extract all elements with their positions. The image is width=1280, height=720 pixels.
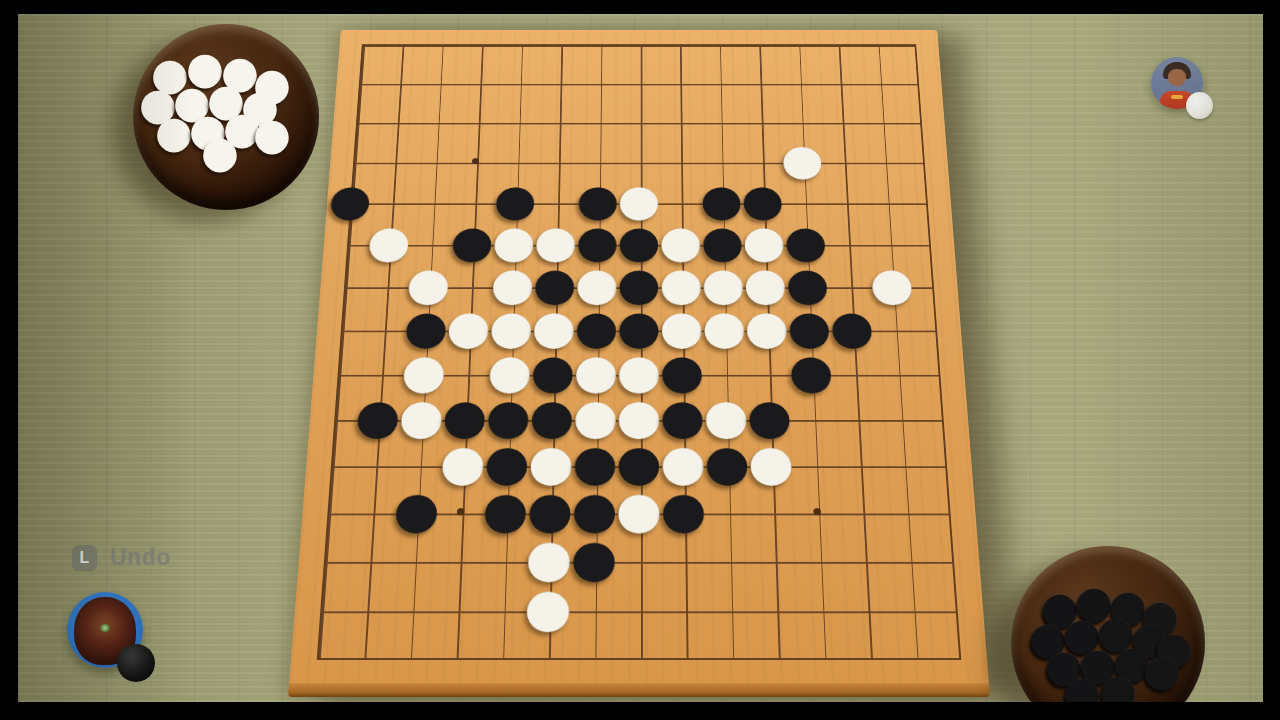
undo-label: Undo xyxy=(110,544,171,571)
white-bowl-stone: ● xyxy=(250,113,294,157)
mii-face-icon xyxy=(1168,69,1186,86)
white-bowl-stone: ● xyxy=(250,63,294,107)
tatami-mat-background: ●●●●●●●●●●●●●●●●●●●●●●●●●●●●●●●●●●●●●●●●… xyxy=(18,14,1263,702)
undo-hint[interactable]: L Undo xyxy=(72,544,171,571)
black-bowl-stone: ● xyxy=(1038,587,1082,631)
white-bowl-stone: ● xyxy=(170,81,214,125)
black-bowl-stone: ● xyxy=(1096,669,1140,702)
black-bowl-stone: ● xyxy=(1128,617,1172,661)
white-stone-bowl: ●●●●●●●●●●●●● xyxy=(133,24,319,210)
white-bowl-stone: ● xyxy=(186,109,230,153)
white-bowl-stone: ● xyxy=(183,47,227,91)
black-bowl-stone: ● xyxy=(1138,595,1182,639)
white-bowl-stone: ● xyxy=(220,107,264,151)
white-bowl-stone: ● xyxy=(136,83,180,127)
white-bowl-stone: ● xyxy=(238,85,282,129)
white-bowl-stone: ● xyxy=(152,111,196,155)
black-bowl-stone: ● xyxy=(1042,645,1086,689)
black-stone-badge xyxy=(117,644,155,682)
black-bowl-stone: ● xyxy=(1152,627,1196,671)
board-grid-lines xyxy=(317,44,962,660)
white-bowl-stone: ● xyxy=(204,79,248,123)
white-bowl-stone: ● xyxy=(218,51,262,95)
l-button-icon: L xyxy=(72,545,97,570)
black-bowl-stone: ● xyxy=(1076,643,1120,687)
black-bowl-stone: ● xyxy=(1106,585,1150,629)
white-bowl-stone: ● xyxy=(148,53,192,97)
mii-shirt-pattern xyxy=(1171,95,1183,99)
star-point xyxy=(813,508,821,515)
white-stone-badge xyxy=(1186,92,1213,119)
board-front-edge xyxy=(288,683,990,697)
black-bowl-stone: ● xyxy=(1110,641,1154,685)
black-bowl-stone: ● xyxy=(1060,671,1104,702)
white-bowl-stone: ● xyxy=(198,131,242,175)
black-bowl-stone: ● xyxy=(1060,613,1104,657)
black-stone-bowl: ●●●●●●●●●●●●●●● xyxy=(1011,546,1205,702)
alien-eye-glow xyxy=(100,624,110,632)
game-screen: ●●●●●●●●●●●●●●●●●●●●●●●●●●●●●●●●●●●●●●●●… xyxy=(0,0,1280,720)
star-point xyxy=(635,326,642,333)
black-bowl-stone: ● xyxy=(1072,581,1116,625)
black-bowl-stone: ● xyxy=(1094,611,1138,655)
black-bowl-stone: ● xyxy=(1026,617,1070,661)
star-point xyxy=(799,158,806,164)
black-bowl-stone: ● xyxy=(1140,649,1184,693)
go-board[interactable]: ●●●●●●●●●●●●●●●●●●●●●●●●●●●●●●●●●●●●●●●●… xyxy=(288,30,990,697)
